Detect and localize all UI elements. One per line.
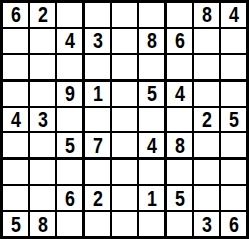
given-digit: 4 (229, 4, 239, 26)
cell-r1c7[interactable] (167, 3, 192, 27)
cell-r4c4[interactable]: 1 (85, 82, 110, 106)
box-5: 1574 (85, 82, 164, 158)
cell-r2c7[interactable]: 6 (167, 29, 192, 53)
given-digit: 4 (175, 83, 185, 105)
given-digit: 2 (38, 4, 48, 26)
box-2: 38 (85, 3, 164, 79)
cell-r3c9[interactable] (221, 55, 246, 79)
cell-r5c6[interactable] (139, 108, 164, 132)
box-3: 846 (167, 3, 246, 79)
given-digit: 4 (65, 30, 75, 52)
box-7: 658 (3, 160, 82, 236)
cell-r3c8[interactable] (194, 55, 219, 79)
given-digit: 6 (11, 4, 21, 26)
cell-r8c9[interactable] (221, 186, 246, 210)
cell-r8c5[interactable] (112, 186, 137, 210)
cell-r3c7[interactable] (167, 55, 192, 79)
cell-r3c4[interactable] (85, 55, 110, 79)
cell-r4c8[interactable] (194, 82, 219, 106)
cell-r6c4[interactable]: 7 (85, 133, 110, 157)
cell-r8c6[interactable]: 1 (139, 186, 164, 210)
cell-r6c8[interactable] (194, 133, 219, 157)
cell-r8c3[interactable]: 6 (57, 186, 82, 210)
cell-r5c8[interactable]: 2 (194, 108, 219, 132)
cell-r7c6[interactable] (139, 160, 164, 184)
cell-r1c1[interactable]: 6 (3, 3, 28, 27)
cell-r6c1[interactable] (3, 133, 28, 157)
box-1: 624 (3, 3, 82, 79)
cell-r6c9[interactable] (221, 133, 246, 157)
given-digit: 5 (175, 187, 185, 209)
given-digit: 4 (147, 134, 157, 156)
cell-r1c6[interactable] (139, 3, 164, 27)
cell-r4c2[interactable] (30, 82, 55, 106)
cell-r4c6[interactable]: 5 (139, 82, 164, 106)
given-digit: 1 (147, 187, 157, 209)
cell-r6c2[interactable] (30, 133, 55, 157)
cell-r2c2[interactable] (30, 29, 55, 53)
box-6: 4258 (167, 82, 246, 158)
given-digit: 5 (65, 134, 75, 156)
given-digit: 5 (147, 83, 157, 105)
cell-r4c7[interactable]: 4 (167, 82, 192, 106)
cell-r7c8[interactable] (194, 160, 219, 184)
cell-r1c5[interactable] (112, 3, 137, 27)
cell-r9c2[interactable]: 8 (30, 212, 55, 236)
given-digit: 5 (229, 108, 239, 130)
given-digit: 8 (175, 134, 185, 156)
cell-r2c6[interactable]: 8 (139, 29, 164, 53)
given-digit: 8 (147, 30, 157, 52)
cell-r4c1[interactable] (3, 82, 28, 106)
cell-r4c5[interactable] (112, 82, 137, 106)
cell-r9c1[interactable]: 5 (3, 212, 28, 236)
cell-r8c4[interactable]: 2 (85, 186, 110, 210)
cell-r5c3[interactable] (57, 108, 82, 132)
cell-r1c4[interactable] (85, 3, 110, 27)
given-digit: 2 (202, 108, 212, 130)
cell-r3c5[interactable] (112, 55, 137, 79)
cell-r2c4[interactable]: 3 (85, 29, 110, 53)
cell-r7c7[interactable] (167, 160, 192, 184)
cell-r4c3[interactable]: 9 (57, 82, 82, 106)
cell-r2c8[interactable] (194, 29, 219, 53)
given-digit: 5 (11, 213, 21, 235)
given-digit: 7 (93, 134, 103, 156)
given-digit: 6 (175, 30, 185, 52)
cell-r7c5[interactable] (112, 160, 137, 184)
cell-r5c9[interactable]: 5 (221, 108, 246, 132)
given-digit: 6 (229, 213, 239, 235)
given-digit: 3 (93, 30, 103, 52)
box-8: 21 (85, 160, 164, 236)
cell-r6c7[interactable]: 8 (167, 133, 192, 157)
sudoku-board: 6243884694351574425865821536 (0, 0, 249, 239)
cell-r1c8[interactable]: 8 (194, 3, 219, 27)
cell-r1c3[interactable] (57, 3, 82, 27)
given-digit: 2 (93, 187, 103, 209)
cell-r5c5[interactable] (112, 108, 137, 132)
cell-r5c7[interactable] (167, 108, 192, 132)
cell-r1c9[interactable]: 4 (221, 3, 246, 27)
given-digit: 1 (93, 83, 103, 105)
cell-r8c8[interactable] (194, 186, 219, 210)
cell-r9c8[interactable]: 3 (194, 212, 219, 236)
cell-r5c2[interactable]: 3 (30, 108, 55, 132)
cell-r7c9[interactable] (221, 160, 246, 184)
given-digit: 8 (38, 213, 48, 235)
cell-r9c6[interactable] (139, 212, 164, 236)
cell-r6c5[interactable] (112, 133, 137, 157)
cell-r9c7[interactable] (167, 212, 192, 236)
cell-r6c3[interactable]: 5 (57, 133, 82, 157)
cell-r2c3[interactable]: 4 (57, 29, 82, 53)
cell-r7c1[interactable] (3, 160, 28, 184)
cell-r1c2[interactable]: 2 (30, 3, 55, 27)
cell-r8c1[interactable] (3, 186, 28, 210)
cell-r3c6[interactable] (139, 55, 164, 79)
box-4: 9435 (3, 82, 82, 158)
given-digit: 6 (65, 187, 75, 209)
cell-r5c4[interactable] (85, 108, 110, 132)
box-9: 536 (167, 160, 246, 236)
cell-r7c2[interactable] (30, 160, 55, 184)
cell-r7c3[interactable] (57, 160, 82, 184)
cell-r3c1[interactable] (3, 55, 28, 79)
cell-r7c4[interactable] (85, 160, 110, 184)
cell-r8c2[interactable] (30, 186, 55, 210)
cell-r9c5[interactable] (112, 212, 137, 236)
cell-r2c5[interactable] (112, 29, 137, 53)
cell-r4c9[interactable] (221, 82, 246, 106)
cell-r9c9[interactable]: 6 (221, 212, 246, 236)
cell-r6c6[interactable]: 4 (139, 133, 164, 157)
given-digit: 8 (202, 4, 212, 26)
cell-r9c4[interactable] (85, 212, 110, 236)
given-digit: 9 (65, 83, 75, 105)
cell-r9c3[interactable] (57, 212, 82, 236)
cell-r5c1[interactable]: 4 (3, 108, 28, 132)
cell-r3c2[interactable] (30, 55, 55, 79)
cell-r2c1[interactable] (3, 29, 28, 53)
given-digit: 4 (11, 108, 21, 130)
cell-r8c7[interactable]: 5 (167, 186, 192, 210)
given-digit: 3 (202, 213, 212, 235)
given-digit: 3 (38, 108, 48, 130)
cell-r3c3[interactable] (57, 55, 82, 79)
cell-r2c9[interactable] (221, 29, 246, 53)
